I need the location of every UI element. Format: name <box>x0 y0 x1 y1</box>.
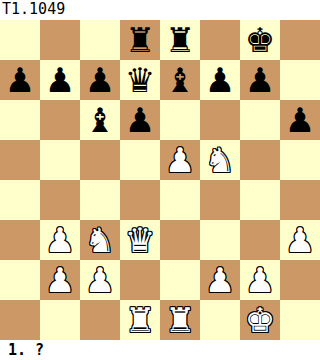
square-c2[interactable]: ♟ <box>80 260 120 300</box>
square-e8[interactable]: ♜ <box>160 20 200 60</box>
square-h7[interactable] <box>280 60 320 100</box>
piece-bB[interactable]: ♝ <box>85 100 115 140</box>
piece-bB[interactable]: ♝ <box>165 60 195 100</box>
square-b4[interactable] <box>40 180 80 220</box>
square-h8[interactable] <box>280 20 320 60</box>
piece-wP[interactable]: ♟ <box>85 260 115 300</box>
square-c4[interactable] <box>80 180 120 220</box>
piece-bR[interactable]: ♜ <box>125 20 155 60</box>
square-h5[interactable] <box>280 140 320 180</box>
square-a4[interactable] <box>0 180 40 220</box>
square-a6[interactable] <box>0 100 40 140</box>
square-g4[interactable] <box>240 180 280 220</box>
piece-bP[interactable]: ♟ <box>205 60 235 100</box>
square-f6[interactable] <box>200 100 240 140</box>
piece-wN[interactable]: ♞ <box>85 220 115 260</box>
square-d5[interactable] <box>120 140 160 180</box>
square-b5[interactable] <box>40 140 80 180</box>
square-g5[interactable] <box>240 140 280 180</box>
piece-bP[interactable]: ♟ <box>5 60 35 100</box>
square-e3[interactable] <box>160 220 200 260</box>
piece-bR[interactable]: ♜ <box>165 20 195 60</box>
square-e5[interactable]: ♟ <box>160 140 200 180</box>
square-e4[interactable] <box>160 180 200 220</box>
square-c8[interactable] <box>80 20 120 60</box>
square-d7[interactable]: ♛ <box>120 60 160 100</box>
square-h3[interactable]: ♟ <box>280 220 320 260</box>
piece-bP[interactable]: ♟ <box>245 60 275 100</box>
square-e6[interactable] <box>160 100 200 140</box>
square-b8[interactable] <box>40 20 80 60</box>
piece-wR[interactable]: ♜ <box>125 300 155 340</box>
square-b2[interactable]: ♟ <box>40 260 80 300</box>
square-f2[interactable]: ♟ <box>200 260 240 300</box>
square-g6[interactable] <box>240 100 280 140</box>
square-g2[interactable]: ♟ <box>240 260 280 300</box>
square-e7[interactable]: ♝ <box>160 60 200 100</box>
piece-wP[interactable]: ♟ <box>165 140 195 180</box>
square-f7[interactable]: ♟ <box>200 60 240 100</box>
square-h2[interactable] <box>280 260 320 300</box>
square-d1[interactable]: ♜ <box>120 300 160 340</box>
piece-wP[interactable]: ♟ <box>245 260 275 300</box>
square-h1[interactable] <box>280 300 320 340</box>
square-d4[interactable] <box>120 180 160 220</box>
square-a8[interactable] <box>0 20 40 60</box>
square-d2[interactable] <box>120 260 160 300</box>
square-g8[interactable]: ♚ <box>240 20 280 60</box>
square-a7[interactable]: ♟ <box>0 60 40 100</box>
square-f5[interactable]: ♞ <box>200 140 240 180</box>
square-c1[interactable] <box>80 300 120 340</box>
square-c3[interactable]: ♞ <box>80 220 120 260</box>
square-h6[interactable]: ♟ <box>280 100 320 140</box>
square-e2[interactable] <box>160 260 200 300</box>
square-f3[interactable] <box>200 220 240 260</box>
piece-bP[interactable]: ♟ <box>45 60 75 100</box>
square-g1[interactable]: ♚ <box>240 300 280 340</box>
chess-board: ♜♜♚♟♟♟♛♝♟♟♝♟♟♟♞♟♞♛♟♟♟♟♟♜♜♚ <box>0 20 320 340</box>
piece-bP[interactable]: ♟ <box>125 100 155 140</box>
piece-wR[interactable]: ♜ <box>165 300 195 340</box>
square-a5[interactable] <box>0 140 40 180</box>
square-f8[interactable] <box>200 20 240 60</box>
square-a1[interactable] <box>0 300 40 340</box>
square-b1[interactable] <box>40 300 80 340</box>
square-b7[interactable]: ♟ <box>40 60 80 100</box>
square-h4[interactable] <box>280 180 320 220</box>
piece-wN[interactable]: ♞ <box>205 140 235 180</box>
piece-wP[interactable]: ♟ <box>45 260 75 300</box>
square-c7[interactable]: ♟ <box>80 60 120 100</box>
square-b6[interactable] <box>40 100 80 140</box>
piece-bQ[interactable]: ♛ <box>125 60 155 100</box>
square-f4[interactable] <box>200 180 240 220</box>
square-f1[interactable] <box>200 300 240 340</box>
square-b3[interactable]: ♟ <box>40 220 80 260</box>
square-c6[interactable]: ♝ <box>80 100 120 140</box>
square-a3[interactable] <box>0 220 40 260</box>
square-d6[interactable]: ♟ <box>120 100 160 140</box>
square-a2[interactable] <box>0 260 40 300</box>
square-e1[interactable]: ♜ <box>160 300 200 340</box>
square-d3[interactable]: ♛ <box>120 220 160 260</box>
square-g7[interactable]: ♟ <box>240 60 280 100</box>
piece-bP[interactable]: ♟ <box>285 100 315 140</box>
piece-wP[interactable]: ♟ <box>45 220 75 260</box>
piece-bP[interactable]: ♟ <box>85 60 115 100</box>
move-prompt: 1. ? <box>0 340 320 360</box>
piece-wP[interactable]: ♟ <box>205 260 235 300</box>
piece-wQ[interactable]: ♛ <box>125 220 155 260</box>
puzzle-title: T1.1049 <box>0 0 320 20</box>
piece-bK[interactable]: ♚ <box>245 20 275 60</box>
square-d8[interactable]: ♜ <box>120 20 160 60</box>
piece-wK[interactable]: ♚ <box>245 300 275 340</box>
square-g3[interactable] <box>240 220 280 260</box>
square-c5[interactable] <box>80 140 120 180</box>
piece-wP[interactable]: ♟ <box>285 220 315 260</box>
